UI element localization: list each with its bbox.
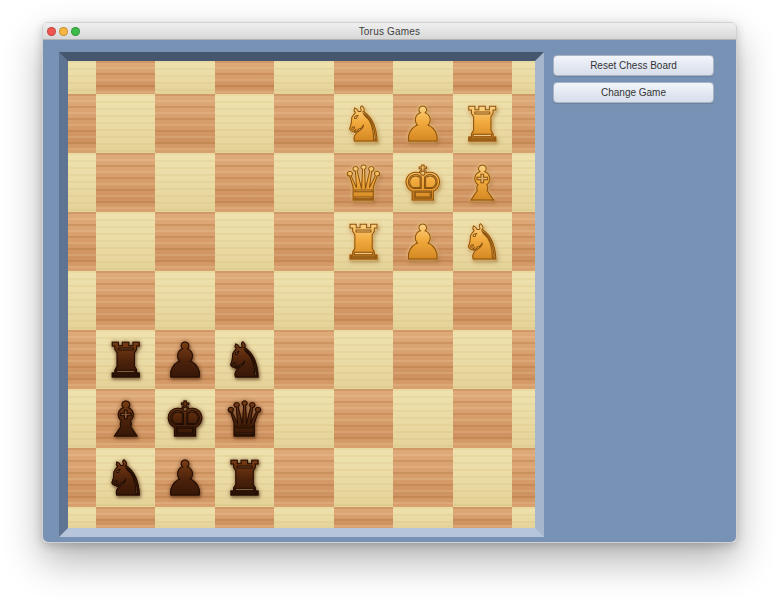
chess-piece-dark-king[interactable]: ♚ bbox=[164, 395, 207, 443]
board-cell-8-7[interactable] bbox=[393, 448, 452, 507]
board-cell-1-3[interactable] bbox=[155, 61, 214, 94]
board-cell-9-4[interactable] bbox=[215, 507, 274, 528]
board-cell-9-3[interactable] bbox=[155, 507, 214, 528]
board-cell-2-1[interactable] bbox=[68, 94, 96, 153]
board-cell-6-7[interactable] bbox=[393, 330, 452, 389]
board-cell-1-1[interactable] bbox=[68, 61, 96, 94]
chess-piece-gold-pawn[interactable]: ♟ bbox=[401, 100, 444, 148]
board-cell-8-5[interactable] bbox=[274, 448, 333, 507]
chess-piece-gold-knight[interactable]: ♞ bbox=[342, 100, 385, 148]
chess-piece-dark-pawn[interactable]: ♟ bbox=[164, 336, 207, 384]
board-cell-3-1[interactable] bbox=[68, 153, 96, 212]
torus-chess-board[interactable]: ♞♟♜♛♚♝♜♟♞♜♟♞♝♚♛♞♟♜ bbox=[68, 61, 535, 528]
board-cell-1-5[interactable] bbox=[274, 61, 333, 94]
board-cell-1-4[interactable] bbox=[215, 61, 274, 94]
board-cell-5-8[interactable] bbox=[453, 271, 512, 330]
chess-piece-dark-rook[interactable]: ♜ bbox=[223, 454, 266, 502]
chess-piece-gold-rook[interactable]: ♜ bbox=[342, 218, 385, 266]
board-cell-3-5[interactable] bbox=[274, 153, 333, 212]
board-cell-9-7[interactable] bbox=[393, 507, 452, 528]
chess-piece-dark-bishop[interactable]: ♝ bbox=[104, 395, 147, 443]
chess-board-frame: ♞♟♜♛♚♝♜♟♞♜♟♞♝♚♛♞♟♜ bbox=[59, 52, 544, 537]
board-cell-7-1[interactable] bbox=[68, 389, 96, 448]
board-cell-7-7[interactable] bbox=[393, 389, 452, 448]
chess-piece-dark-queen[interactable]: ♛ bbox=[223, 395, 266, 443]
title-bar[interactable]: Torus Games bbox=[43, 23, 736, 40]
chess-piece-dark-rook[interactable]: ♜ bbox=[104, 336, 147, 384]
board-cell-4-2[interactable] bbox=[96, 212, 155, 271]
window-content: ♞♟♜♛♚♝♜♟♞♜♟♞♝♚♛♞♟♜ Reset Chess Board Cha… bbox=[43, 40, 736, 543]
board-cell-2-6[interactable]: ♞ bbox=[334, 94, 393, 153]
board-cell-6-4[interactable]: ♞ bbox=[215, 330, 274, 389]
board-cell-5-3[interactable] bbox=[155, 271, 214, 330]
board-cell-3-9[interactable] bbox=[512, 153, 535, 212]
board-cell-3-2[interactable] bbox=[96, 153, 155, 212]
board-cell-3-3[interactable] bbox=[155, 153, 214, 212]
chess-piece-gold-king[interactable]: ♚ bbox=[401, 159, 444, 207]
chess-piece-dark-knight[interactable]: ♞ bbox=[223, 336, 266, 384]
board-cell-9-6[interactable] bbox=[334, 507, 393, 528]
change-game-button[interactable]: Change Game bbox=[553, 82, 714, 103]
board-cell-3-7[interactable]: ♚ bbox=[393, 153, 452, 212]
board-cell-8-2[interactable]: ♞ bbox=[96, 448, 155, 507]
board-cell-7-4[interactable]: ♛ bbox=[215, 389, 274, 448]
chess-piece-gold-rook[interactable]: ♜ bbox=[461, 100, 504, 148]
board-cell-4-8[interactable]: ♞ bbox=[453, 212, 512, 271]
board-cell-3-4[interactable] bbox=[215, 153, 274, 212]
board-cell-6-9[interactable] bbox=[512, 330, 535, 389]
chess-piece-gold-bishop[interactable]: ♝ bbox=[461, 159, 504, 207]
board-cell-3-8[interactable]: ♝ bbox=[453, 153, 512, 212]
board-cell-7-5[interactable] bbox=[274, 389, 333, 448]
window-title: Torus Games bbox=[359, 26, 421, 37]
board-cell-4-9[interactable] bbox=[512, 212, 535, 271]
board-cell-5-1[interactable] bbox=[68, 271, 96, 330]
chess-piece-gold-knight[interactable]: ♞ bbox=[461, 218, 504, 266]
board-cell-7-6[interactable] bbox=[334, 389, 393, 448]
board-cell-7-2[interactable]: ♝ bbox=[96, 389, 155, 448]
board-cell-5-5[interactable] bbox=[274, 271, 333, 330]
zoom-button-icon[interactable] bbox=[71, 27, 80, 36]
board-cell-2-5[interactable] bbox=[274, 94, 333, 153]
board-cell-6-2[interactable]: ♜ bbox=[96, 330, 155, 389]
board-cell-4-5[interactable] bbox=[274, 212, 333, 271]
board-cell-5-2[interactable] bbox=[96, 271, 155, 330]
board-cell-2-8[interactable]: ♜ bbox=[453, 94, 512, 153]
board-cell-1-7[interactable] bbox=[393, 61, 452, 94]
board-cell-2-7[interactable]: ♟ bbox=[393, 94, 452, 153]
board-cell-4-1[interactable] bbox=[68, 212, 96, 271]
close-button-icon[interactable] bbox=[47, 27, 56, 36]
torus-games-window: Torus Games ♞♟♜♛♚♝♜♟♞♜♟♞♝♚♛♞♟♜ Reset Che… bbox=[42, 22, 737, 543]
board-cell-5-7[interactable] bbox=[393, 271, 452, 330]
board-cell-8-4[interactable]: ♜ bbox=[215, 448, 274, 507]
board-cell-2-2[interactable] bbox=[96, 94, 155, 153]
board-cell-5-6[interactable] bbox=[334, 271, 393, 330]
board-cell-7-3[interactable]: ♚ bbox=[155, 389, 214, 448]
board-cell-8-9[interactable] bbox=[512, 448, 535, 507]
board-cell-2-9[interactable] bbox=[512, 94, 535, 153]
board-cell-9-8[interactable] bbox=[453, 507, 512, 528]
side-button-panel: Reset Chess Board Change Game bbox=[553, 55, 714, 103]
board-cell-5-4[interactable] bbox=[215, 271, 274, 330]
board-cell-5-9[interactable] bbox=[512, 271, 535, 330]
board-cell-1-9[interactable] bbox=[512, 61, 535, 94]
board-cell-4-4[interactable] bbox=[215, 212, 274, 271]
board-cell-8-1[interactable] bbox=[68, 448, 96, 507]
board-cell-8-8[interactable] bbox=[453, 448, 512, 507]
minimize-button-icon[interactable] bbox=[59, 27, 68, 36]
board-cell-9-1[interactable] bbox=[68, 507, 96, 528]
board-cell-6-6[interactable] bbox=[334, 330, 393, 389]
board-cell-7-9[interactable] bbox=[512, 389, 535, 448]
board-cell-6-3[interactable]: ♟ bbox=[155, 330, 214, 389]
board-cell-9-2[interactable] bbox=[96, 507, 155, 528]
board-cell-6-5[interactable] bbox=[274, 330, 333, 389]
chess-piece-dark-knight[interactable]: ♞ bbox=[104, 454, 147, 502]
chess-piece-dark-pawn[interactable]: ♟ bbox=[164, 454, 207, 502]
board-cell-6-8[interactable] bbox=[453, 330, 512, 389]
board-cell-9-9[interactable] bbox=[512, 507, 535, 528]
chess-piece-gold-pawn[interactable]: ♟ bbox=[401, 218, 444, 266]
board-cell-8-6[interactable] bbox=[334, 448, 393, 507]
board-cell-4-6[interactable]: ♜ bbox=[334, 212, 393, 271]
board-cell-1-2[interactable] bbox=[96, 61, 155, 94]
board-cell-8-3[interactable]: ♟ bbox=[155, 448, 214, 507]
traffic-lights bbox=[47, 23, 80, 39]
board-cell-6-1[interactable] bbox=[68, 330, 96, 389]
board-cell-1-8[interactable] bbox=[453, 61, 512, 94]
board-cell-2-3[interactable] bbox=[155, 94, 214, 153]
reset-chess-board-button[interactable]: Reset Chess Board bbox=[553, 55, 714, 76]
board-cell-1-6[interactable] bbox=[334, 61, 393, 94]
board-cell-2-4[interactable] bbox=[215, 94, 274, 153]
chess-piece-gold-queen[interactable]: ♛ bbox=[342, 159, 385, 207]
board-cell-4-3[interactable] bbox=[155, 212, 214, 271]
board-cell-4-7[interactable]: ♟ bbox=[393, 212, 452, 271]
board-cell-7-8[interactable] bbox=[453, 389, 512, 448]
board-cell-3-6[interactable]: ♛ bbox=[334, 153, 393, 212]
board-cell-9-5[interactable] bbox=[274, 507, 333, 528]
